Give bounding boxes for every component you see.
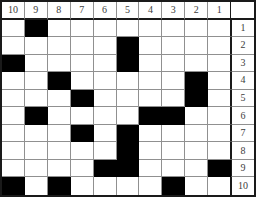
grid-cell[interactable] (117, 20, 140, 38)
grid-cell[interactable] (25, 72, 48, 90)
grid-cell[interactable] (162, 160, 185, 178)
grid-cell[interactable] (2, 20, 25, 38)
column-label-3: 3 (162, 2, 185, 20)
grid-cell[interactable] (162, 55, 185, 73)
grid-cell[interactable] (94, 142, 117, 160)
black-cell (71, 90, 94, 108)
grid-cell[interactable] (71, 142, 94, 160)
grid-cell[interactable] (139, 20, 162, 38)
black-cell (2, 55, 25, 73)
crossword-board: 1098765432112345678910 (0, 0, 256, 197)
row-label-3: 3 (231, 55, 254, 73)
grid-cell[interactable] (139, 72, 162, 90)
grid-cell[interactable] (162, 72, 185, 90)
column-label-6: 6 (94, 2, 117, 20)
black-cell (117, 55, 140, 73)
corner-cell (231, 2, 254, 20)
row-label-6: 6 (231, 107, 254, 125)
grid-cell[interactable] (139, 55, 162, 73)
grid-cell[interactable] (139, 177, 162, 195)
grid-cell[interactable] (94, 72, 117, 90)
grid-cell[interactable] (2, 72, 25, 90)
grid-cell[interactable] (2, 160, 25, 178)
grid-cell[interactable] (48, 107, 71, 125)
column-label-1: 1 (208, 2, 231, 20)
grid-cell[interactable] (185, 177, 208, 195)
grid-cell[interactable] (208, 142, 231, 160)
grid-cell[interactable] (185, 160, 208, 178)
black-cell (71, 125, 94, 143)
grid-cell[interactable] (162, 142, 185, 160)
row-label-1: 1 (231, 20, 254, 38)
grid-cell[interactable] (117, 177, 140, 195)
black-cell (48, 72, 71, 90)
grid-cell[interactable] (25, 55, 48, 73)
grid-cell[interactable] (2, 37, 25, 55)
grid-cell[interactable] (208, 37, 231, 55)
grid-cell[interactable] (71, 72, 94, 90)
grid-cell[interactable] (48, 55, 71, 73)
grid-cell[interactable] (48, 20, 71, 38)
black-cell (25, 107, 48, 125)
grid-cell[interactable] (71, 160, 94, 178)
grid-cell[interactable] (48, 90, 71, 108)
grid-cell[interactable] (139, 125, 162, 143)
row-label-2: 2 (231, 37, 254, 55)
column-label-9: 9 (25, 2, 48, 20)
grid-cell[interactable] (2, 107, 25, 125)
grid-cell[interactable] (25, 90, 48, 108)
grid-cell[interactable] (208, 90, 231, 108)
grid-cell[interactable] (94, 177, 117, 195)
grid-cell[interactable] (139, 160, 162, 178)
row-label-9: 9 (231, 160, 254, 178)
grid-cell[interactable] (71, 177, 94, 195)
column-label-2: 2 (185, 2, 208, 20)
column-label-5: 5 (117, 2, 140, 20)
grid-cell[interactable] (25, 125, 48, 143)
grid-cell[interactable] (117, 90, 140, 108)
grid-cell[interactable] (208, 72, 231, 90)
grid-cell[interactable] (94, 37, 117, 55)
grid-cell[interactable] (185, 107, 208, 125)
row-label-7: 7 (231, 125, 254, 143)
grid-cell[interactable] (48, 142, 71, 160)
black-cell (208, 160, 231, 178)
black-cell (117, 125, 140, 143)
grid-cell[interactable] (185, 142, 208, 160)
row-label-4: 4 (231, 72, 254, 90)
grid-cell[interactable] (94, 125, 117, 143)
grid-cell[interactable] (25, 142, 48, 160)
grid-cell[interactable] (162, 125, 185, 143)
black-cell (117, 37, 140, 55)
grid-cell[interactable] (162, 20, 185, 38)
column-label-4: 4 (139, 2, 162, 20)
grid-cell[interactable] (162, 90, 185, 108)
grid-cell[interactable] (117, 72, 140, 90)
grid-cell[interactable] (48, 37, 71, 55)
column-label-7: 7 (71, 2, 94, 20)
grid-cell[interactable] (71, 37, 94, 55)
row-label-5: 5 (231, 90, 254, 108)
grid-cell[interactable] (48, 125, 71, 143)
column-label-10: 10 (2, 2, 25, 20)
row-label-8: 8 (231, 142, 254, 160)
grid-cell[interactable] (139, 37, 162, 55)
grid-cell[interactable] (208, 20, 231, 38)
grid-cell[interactable] (208, 55, 231, 73)
grid-cell[interactable] (2, 142, 25, 160)
grid-cell[interactable] (117, 107, 140, 125)
grid-cell[interactable] (71, 55, 94, 73)
grid-cell[interactable] (71, 20, 94, 38)
grid-cell[interactable] (94, 20, 117, 38)
column-label-8: 8 (48, 2, 71, 20)
black-cell (185, 72, 208, 90)
black-cell (139, 107, 162, 125)
grid-cell[interactable] (25, 160, 48, 178)
black-cell (94, 160, 117, 178)
black-cell (48, 177, 71, 195)
black-cell (162, 177, 185, 195)
grid-cell[interactable] (2, 90, 25, 108)
grid-cell[interactable] (94, 90, 117, 108)
row-label-10: 10 (231, 177, 254, 195)
black-cell (162, 107, 185, 125)
grid-cell[interactable] (185, 37, 208, 55)
grid-cell[interactable] (139, 90, 162, 108)
black-cell (117, 142, 140, 160)
grid-cell[interactable] (94, 55, 117, 73)
black-cell (2, 177, 25, 195)
grid-cell[interactable] (2, 125, 25, 143)
black-cell (25, 20, 48, 38)
grid-cell[interactable] (162, 37, 185, 55)
grid-cell[interactable] (185, 125, 208, 143)
black-cell (117, 160, 140, 178)
grid-cell[interactable] (71, 107, 94, 125)
grid-cell[interactable] (94, 107, 117, 125)
grid-cell[interactable] (139, 142, 162, 160)
grid-cell[interactable] (25, 37, 48, 55)
grid-cell[interactable] (48, 160, 71, 178)
grid-cell[interactable] (208, 177, 231, 195)
grid-cell[interactable] (25, 177, 48, 195)
grid-cell[interactable] (208, 107, 231, 125)
black-cell (185, 90, 208, 108)
grid-cell[interactable] (185, 55, 208, 73)
grid-cell[interactable] (208, 125, 231, 143)
grid-cell[interactable] (185, 20, 208, 38)
